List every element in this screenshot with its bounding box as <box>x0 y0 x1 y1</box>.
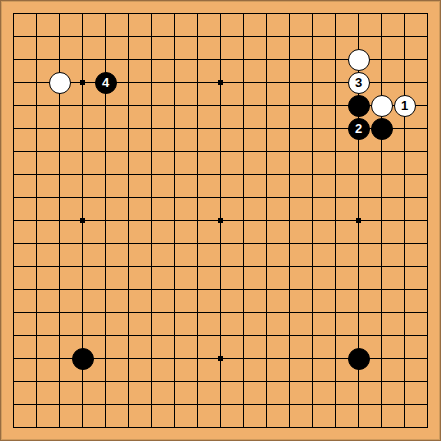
intersection-H13[interactable] <box>163 140 186 163</box>
intersection-P4[interactable] <box>324 347 347 370</box>
intersection-A8[interactable] <box>2 255 25 278</box>
intersection-B17[interactable] <box>25 48 48 71</box>
intersection-D2[interactable] <box>71 393 94 416</box>
intersection-A17[interactable] <box>2 48 25 71</box>
intersection-B4[interactable] <box>25 347 48 370</box>
intersection-F8[interactable] <box>117 255 140 278</box>
intersection-A9[interactable] <box>2 232 25 255</box>
intersection-J3[interactable] <box>186 370 209 393</box>
intersection-P8[interactable] <box>324 255 347 278</box>
intersection-D15[interactable] <box>71 94 94 117</box>
intersection-B19[interactable] <box>25 2 48 25</box>
intersection-M2[interactable] <box>255 393 278 416</box>
intersection-C9[interactable] <box>48 232 71 255</box>
intersection-J8[interactable] <box>186 255 209 278</box>
intersection-G2[interactable] <box>140 393 163 416</box>
intersection-P7[interactable] <box>324 278 347 301</box>
intersection-M18[interactable] <box>255 25 278 48</box>
intersection-N10[interactable] <box>278 209 301 232</box>
intersection-E15[interactable] <box>94 94 117 117</box>
intersection-L4[interactable] <box>232 347 255 370</box>
intersection-R3[interactable] <box>370 370 393 393</box>
intersection-H15[interactable] <box>163 94 186 117</box>
intersection-Q8[interactable] <box>347 255 370 278</box>
intersection-M17[interactable] <box>255 48 278 71</box>
intersection-O17[interactable] <box>301 48 324 71</box>
intersection-M19[interactable] <box>255 2 278 25</box>
intersection-H19[interactable] <box>163 2 186 25</box>
intersection-G12[interactable] <box>140 163 163 186</box>
intersection-T9[interactable] <box>416 232 439 255</box>
intersection-D12[interactable] <box>71 163 94 186</box>
intersection-S8[interactable] <box>393 255 416 278</box>
intersection-L16[interactable] <box>232 71 255 94</box>
intersection-A2[interactable] <box>2 393 25 416</box>
intersection-C13[interactable] <box>48 140 71 163</box>
intersection-G5[interactable] <box>140 324 163 347</box>
intersection-L11[interactable] <box>232 186 255 209</box>
intersection-F5[interactable] <box>117 324 140 347</box>
intersection-B14[interactable] <box>25 117 48 140</box>
intersection-N7[interactable] <box>278 278 301 301</box>
intersection-J1[interactable] <box>186 416 209 439</box>
intersection-B18[interactable] <box>25 25 48 48</box>
intersection-F9[interactable] <box>117 232 140 255</box>
intersection-D17[interactable] <box>71 48 94 71</box>
intersection-Q4[interactable] <box>347 347 370 370</box>
intersection-L9[interactable] <box>232 232 255 255</box>
intersection-L14[interactable] <box>232 117 255 140</box>
intersection-E12[interactable] <box>94 163 117 186</box>
intersection-H17[interactable] <box>163 48 186 71</box>
intersection-F15[interactable] <box>117 94 140 117</box>
intersection-T19[interactable] <box>416 2 439 25</box>
intersection-L10[interactable] <box>232 209 255 232</box>
intersection-H3[interactable] <box>163 370 186 393</box>
intersection-H2[interactable] <box>163 393 186 416</box>
intersection-E14[interactable] <box>94 117 117 140</box>
intersection-M11[interactable] <box>255 186 278 209</box>
intersection-T8[interactable] <box>416 255 439 278</box>
intersection-S16[interactable] <box>393 71 416 94</box>
intersection-O10[interactable] <box>301 209 324 232</box>
intersection-O2[interactable] <box>301 393 324 416</box>
intersection-R19[interactable] <box>370 2 393 25</box>
intersection-C17[interactable] <box>48 48 71 71</box>
intersection-D3[interactable] <box>71 370 94 393</box>
intersection-M8[interactable] <box>255 255 278 278</box>
intersection-S10[interactable] <box>393 209 416 232</box>
intersection-E11[interactable] <box>94 186 117 209</box>
intersection-H12[interactable] <box>163 163 186 186</box>
intersection-T17[interactable] <box>416 48 439 71</box>
intersection-K14[interactable] <box>209 117 232 140</box>
intersection-C11[interactable] <box>48 186 71 209</box>
intersection-C15[interactable] <box>48 94 71 117</box>
intersection-H11[interactable] <box>163 186 186 209</box>
intersection-T6[interactable] <box>416 301 439 324</box>
intersection-P2[interactable] <box>324 393 347 416</box>
intersection-T2[interactable] <box>416 393 439 416</box>
intersection-D16[interactable] <box>71 71 94 94</box>
intersection-Q3[interactable] <box>347 370 370 393</box>
intersection-C14[interactable] <box>48 117 71 140</box>
intersection-C19[interactable] <box>48 2 71 25</box>
intersection-T10[interactable] <box>416 209 439 232</box>
intersection-M9[interactable] <box>255 232 278 255</box>
intersection-R7[interactable] <box>370 278 393 301</box>
intersection-D10[interactable] <box>71 209 94 232</box>
intersection-D14[interactable] <box>71 117 94 140</box>
intersection-Q13[interactable] <box>347 140 370 163</box>
intersection-J10[interactable] <box>186 209 209 232</box>
intersection-H6[interactable] <box>163 301 186 324</box>
intersection-C18[interactable] <box>48 25 71 48</box>
intersection-E19[interactable] <box>94 2 117 25</box>
intersection-A5[interactable] <box>2 324 25 347</box>
intersection-S9[interactable] <box>393 232 416 255</box>
intersection-D6[interactable] <box>71 301 94 324</box>
intersection-C2[interactable] <box>48 393 71 416</box>
intersection-O1[interactable] <box>301 416 324 439</box>
intersection-Q6[interactable] <box>347 301 370 324</box>
intersection-N1[interactable] <box>278 416 301 439</box>
intersection-K3[interactable] <box>209 370 232 393</box>
intersection-C1[interactable] <box>48 416 71 439</box>
intersection-G11[interactable] <box>140 186 163 209</box>
intersection-P3[interactable] <box>324 370 347 393</box>
intersection-F11[interactable] <box>117 186 140 209</box>
intersection-A14[interactable] <box>2 117 25 140</box>
intersection-O11[interactable] <box>301 186 324 209</box>
intersection-C3[interactable] <box>48 370 71 393</box>
intersection-C4[interactable] <box>48 347 71 370</box>
intersection-T7[interactable] <box>416 278 439 301</box>
intersection-J6[interactable] <box>186 301 209 324</box>
intersection-B12[interactable] <box>25 163 48 186</box>
intersection-E16[interactable]: 4 <box>94 71 117 94</box>
intersection-T11[interactable] <box>416 186 439 209</box>
intersection-B11[interactable] <box>25 186 48 209</box>
intersection-H1[interactable] <box>163 416 186 439</box>
intersection-B8[interactable] <box>25 255 48 278</box>
intersection-H14[interactable] <box>163 117 186 140</box>
intersection-T5[interactable] <box>416 324 439 347</box>
intersection-F19[interactable] <box>117 2 140 25</box>
intersection-M5[interactable] <box>255 324 278 347</box>
intersection-R15[interactable] <box>370 94 393 117</box>
intersection-R11[interactable] <box>370 186 393 209</box>
intersection-S14[interactable] <box>393 117 416 140</box>
intersection-F16[interactable] <box>117 71 140 94</box>
intersection-B9[interactable] <box>25 232 48 255</box>
intersection-B6[interactable] <box>25 301 48 324</box>
intersection-P6[interactable] <box>324 301 347 324</box>
intersection-F10[interactable] <box>117 209 140 232</box>
intersection-A10[interactable] <box>2 209 25 232</box>
intersection-L6[interactable] <box>232 301 255 324</box>
intersection-T13[interactable] <box>416 140 439 163</box>
intersection-L1[interactable] <box>232 416 255 439</box>
intersection-Q12[interactable] <box>347 163 370 186</box>
intersection-M6[interactable] <box>255 301 278 324</box>
intersection-N19[interactable] <box>278 2 301 25</box>
intersection-P11[interactable] <box>324 186 347 209</box>
intersection-R4[interactable] <box>370 347 393 370</box>
intersection-J15[interactable] <box>186 94 209 117</box>
intersection-O7[interactable] <box>301 278 324 301</box>
intersection-H5[interactable] <box>163 324 186 347</box>
intersection-A7[interactable] <box>2 278 25 301</box>
intersection-A12[interactable] <box>2 163 25 186</box>
intersection-L5[interactable] <box>232 324 255 347</box>
intersection-L17[interactable] <box>232 48 255 71</box>
intersection-B13[interactable] <box>25 140 48 163</box>
intersection-E1[interactable] <box>94 416 117 439</box>
intersection-F7[interactable] <box>117 278 140 301</box>
intersection-O16[interactable] <box>301 71 324 94</box>
intersection-Q18[interactable] <box>347 25 370 48</box>
intersection-O4[interactable] <box>301 347 324 370</box>
intersection-K8[interactable] <box>209 255 232 278</box>
intersection-K12[interactable] <box>209 163 232 186</box>
intersection-E13[interactable] <box>94 140 117 163</box>
intersection-G8[interactable] <box>140 255 163 278</box>
intersection-E7[interactable] <box>94 278 117 301</box>
intersection-J12[interactable] <box>186 163 209 186</box>
intersection-F4[interactable] <box>117 347 140 370</box>
intersection-J18[interactable] <box>186 25 209 48</box>
intersection-N8[interactable] <box>278 255 301 278</box>
intersection-T12[interactable] <box>416 163 439 186</box>
intersection-S6[interactable] <box>393 301 416 324</box>
intersection-R1[interactable] <box>370 416 393 439</box>
intersection-N2[interactable] <box>278 393 301 416</box>
intersection-O14[interactable] <box>301 117 324 140</box>
intersection-P10[interactable] <box>324 209 347 232</box>
intersection-N17[interactable] <box>278 48 301 71</box>
intersection-D19[interactable] <box>71 2 94 25</box>
intersection-H7[interactable] <box>163 278 186 301</box>
intersection-J9[interactable] <box>186 232 209 255</box>
intersection-D11[interactable] <box>71 186 94 209</box>
intersection-G18[interactable] <box>140 25 163 48</box>
intersection-D4[interactable] <box>71 347 94 370</box>
intersection-E17[interactable] <box>94 48 117 71</box>
intersection-T18[interactable] <box>416 25 439 48</box>
intersection-O5[interactable] <box>301 324 324 347</box>
intersection-R10[interactable] <box>370 209 393 232</box>
intersection-F3[interactable] <box>117 370 140 393</box>
intersection-A11[interactable] <box>2 186 25 209</box>
intersection-N6[interactable] <box>278 301 301 324</box>
intersection-R13[interactable] <box>370 140 393 163</box>
intersection-Q5[interactable] <box>347 324 370 347</box>
intersection-S7[interactable] <box>393 278 416 301</box>
intersection-O12[interactable] <box>301 163 324 186</box>
intersection-S2[interactable] <box>393 393 416 416</box>
intersection-S4[interactable] <box>393 347 416 370</box>
intersection-O18[interactable] <box>301 25 324 48</box>
intersection-K2[interactable] <box>209 393 232 416</box>
intersection-M12[interactable] <box>255 163 278 186</box>
intersection-N15[interactable] <box>278 94 301 117</box>
intersection-K10[interactable] <box>209 209 232 232</box>
intersection-H9[interactable] <box>163 232 186 255</box>
intersection-Q1[interactable] <box>347 416 370 439</box>
intersection-P12[interactable] <box>324 163 347 186</box>
intersection-G7[interactable] <box>140 278 163 301</box>
intersection-K5[interactable] <box>209 324 232 347</box>
intersection-C8[interactable] <box>48 255 71 278</box>
intersection-E5[interactable] <box>94 324 117 347</box>
intersection-J2[interactable] <box>186 393 209 416</box>
intersection-G10[interactable] <box>140 209 163 232</box>
intersection-S13[interactable] <box>393 140 416 163</box>
intersection-K7[interactable] <box>209 278 232 301</box>
intersection-N9[interactable] <box>278 232 301 255</box>
intersection-B10[interactable] <box>25 209 48 232</box>
intersection-D1[interactable] <box>71 416 94 439</box>
intersection-J11[interactable] <box>186 186 209 209</box>
intersection-S5[interactable] <box>393 324 416 347</box>
intersection-R17[interactable] <box>370 48 393 71</box>
intersection-G17[interactable] <box>140 48 163 71</box>
intersection-T4[interactable] <box>416 347 439 370</box>
intersection-T3[interactable] <box>416 370 439 393</box>
intersection-E10[interactable] <box>94 209 117 232</box>
intersection-S1[interactable] <box>393 416 416 439</box>
intersection-A1[interactable] <box>2 416 25 439</box>
intersection-F6[interactable] <box>117 301 140 324</box>
intersection-N3[interactable] <box>278 370 301 393</box>
intersection-F2[interactable] <box>117 393 140 416</box>
intersection-J17[interactable] <box>186 48 209 71</box>
intersection-N18[interactable] <box>278 25 301 48</box>
intersection-N12[interactable] <box>278 163 301 186</box>
intersection-H16[interactable] <box>163 71 186 94</box>
intersection-A13[interactable] <box>2 140 25 163</box>
intersection-G9[interactable] <box>140 232 163 255</box>
intersection-R5[interactable] <box>370 324 393 347</box>
intersection-C16[interactable] <box>48 71 71 94</box>
intersection-P14[interactable] <box>324 117 347 140</box>
intersection-L19[interactable] <box>232 2 255 25</box>
intersection-B15[interactable] <box>25 94 48 117</box>
intersection-K17[interactable] <box>209 48 232 71</box>
intersection-M16[interactable] <box>255 71 278 94</box>
intersection-A6[interactable] <box>2 301 25 324</box>
intersection-A19[interactable] <box>2 2 25 25</box>
intersection-N14[interactable] <box>278 117 301 140</box>
intersection-G1[interactable] <box>140 416 163 439</box>
intersection-R16[interactable] <box>370 71 393 94</box>
intersection-B5[interactable] <box>25 324 48 347</box>
intersection-S15[interactable]: 1 <box>393 94 416 117</box>
intersection-D5[interactable] <box>71 324 94 347</box>
intersection-M15[interactable] <box>255 94 278 117</box>
intersection-H8[interactable] <box>163 255 186 278</box>
intersection-K19[interactable] <box>209 2 232 25</box>
intersection-O6[interactable] <box>301 301 324 324</box>
intersection-R14[interactable] <box>370 117 393 140</box>
intersection-N4[interactable] <box>278 347 301 370</box>
intersection-L18[interactable] <box>232 25 255 48</box>
intersection-B2[interactable] <box>25 393 48 416</box>
intersection-J16[interactable] <box>186 71 209 94</box>
intersection-G15[interactable] <box>140 94 163 117</box>
intersection-L15[interactable] <box>232 94 255 117</box>
intersection-L13[interactable] <box>232 140 255 163</box>
intersection-E4[interactable] <box>94 347 117 370</box>
intersection-A4[interactable] <box>2 347 25 370</box>
intersection-B3[interactable] <box>25 370 48 393</box>
intersection-Q16[interactable]: 3 <box>347 71 370 94</box>
intersection-K6[interactable] <box>209 301 232 324</box>
intersection-D9[interactable] <box>71 232 94 255</box>
intersection-N16[interactable] <box>278 71 301 94</box>
intersection-D8[interactable] <box>71 255 94 278</box>
intersection-E8[interactable] <box>94 255 117 278</box>
intersection-T1[interactable] <box>416 416 439 439</box>
intersection-G13[interactable] <box>140 140 163 163</box>
intersection-R8[interactable] <box>370 255 393 278</box>
intersection-S19[interactable] <box>393 2 416 25</box>
intersection-J19[interactable] <box>186 2 209 25</box>
intersection-D7[interactable] <box>71 278 94 301</box>
intersection-S12[interactable] <box>393 163 416 186</box>
intersection-P16[interactable] <box>324 71 347 94</box>
intersection-N11[interactable] <box>278 186 301 209</box>
intersection-E2[interactable] <box>94 393 117 416</box>
intersection-C10[interactable] <box>48 209 71 232</box>
intersection-K15[interactable] <box>209 94 232 117</box>
intersection-R18[interactable] <box>370 25 393 48</box>
intersection-F1[interactable] <box>117 416 140 439</box>
intersection-R12[interactable] <box>370 163 393 186</box>
intersection-K4[interactable] <box>209 347 232 370</box>
intersection-A18[interactable] <box>2 25 25 48</box>
intersection-Q19[interactable] <box>347 2 370 25</box>
intersection-Q11[interactable] <box>347 186 370 209</box>
intersection-L8[interactable] <box>232 255 255 278</box>
intersection-K11[interactable] <box>209 186 232 209</box>
intersection-P18[interactable] <box>324 25 347 48</box>
intersection-M3[interactable] <box>255 370 278 393</box>
intersection-H18[interactable] <box>163 25 186 48</box>
intersection-E3[interactable] <box>94 370 117 393</box>
intersection-Q17[interactable] <box>347 48 370 71</box>
intersection-F13[interactable] <box>117 140 140 163</box>
intersection-M13[interactable] <box>255 140 278 163</box>
intersection-E9[interactable] <box>94 232 117 255</box>
intersection-C5[interactable] <box>48 324 71 347</box>
intersection-F17[interactable] <box>117 48 140 71</box>
intersection-G3[interactable] <box>140 370 163 393</box>
intersection-B7[interactable] <box>25 278 48 301</box>
intersection-T15[interactable] <box>416 94 439 117</box>
intersection-O13[interactable] <box>301 140 324 163</box>
intersection-O15[interactable] <box>301 94 324 117</box>
intersection-T14[interactable] <box>416 117 439 140</box>
intersection-D18[interactable] <box>71 25 94 48</box>
intersection-R2[interactable] <box>370 393 393 416</box>
intersection-L2[interactable] <box>232 393 255 416</box>
intersection-A3[interactable] <box>2 370 25 393</box>
intersection-P17[interactable] <box>324 48 347 71</box>
intersection-L3[interactable] <box>232 370 255 393</box>
intersection-G19[interactable] <box>140 2 163 25</box>
